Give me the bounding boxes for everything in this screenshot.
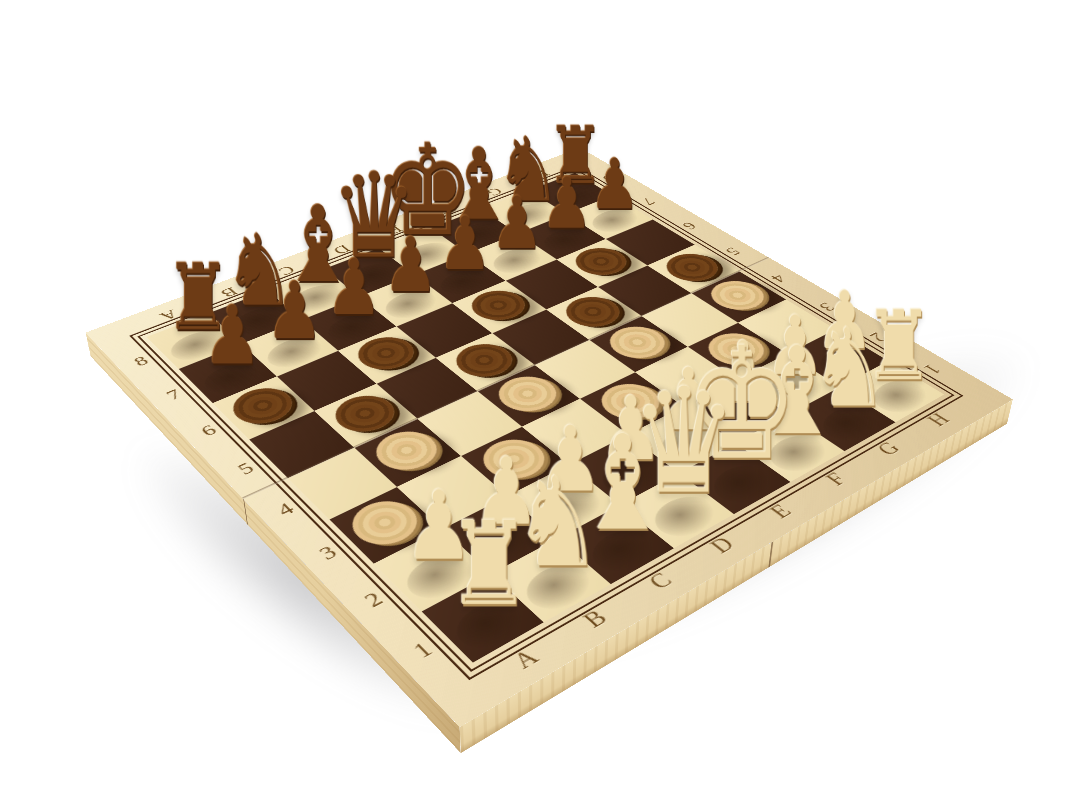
label-rank-5-left: 5 [219, 452, 274, 485]
label-rank-8-left: 8 [116, 348, 166, 375]
fold-seam-side-left [243, 499, 248, 525]
rook-glyph-icon: ♜ [417, 506, 559, 622]
product-photo-scene: AABBCCDDEEFFGGHH8877665544332211 ♜♞♝♛♚♝♞… [0, 0, 1067, 800]
fold-seam-side [768, 541, 773, 567]
label-rank-6-left: 6 [183, 415, 236, 446]
folding-chess-board: AABBCCDDEEFFGGHH8877665544332211 ♜♞♝♛♚♝♞… [86, 148, 1013, 727]
label-rank-4-left: 4 [258, 492, 314, 527]
label-file-g-near: G [863, 433, 915, 465]
label-file-h-near: H [914, 405, 964, 435]
label-rank-7-left: 7 [148, 380, 200, 409]
pawn-glyph-icon: ♟ [174, 296, 290, 377]
label-rank-3-left: 3 [299, 534, 357, 571]
board-top-face: AABBCCDDEEFFGGHH8877665544332211 ♜♞♝♛♚♝♞… [86, 148, 1013, 727]
